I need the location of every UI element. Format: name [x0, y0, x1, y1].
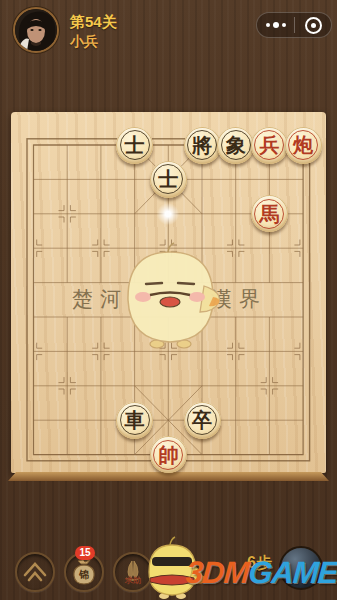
piece-glyph: 卒 — [192, 410, 212, 430]
piece-black-soldier[interactable]: 卒 — [184, 402, 221, 439]
watermark: 3DMGAME — [185, 557, 337, 588]
piece-glyph: 士 — [158, 169, 178, 189]
avatar-portrait — [15, 9, 57, 51]
piece-red-general[interactable]: 帥 — [150, 436, 187, 473]
piece-red-cannon[interactable]: 炮 — [285, 127, 322, 164]
piece-red-soldier[interactable]: 兵 — [251, 127, 288, 164]
piece-black-general[interactable]: 將 — [184, 127, 221, 164]
app-screen: 第54关 小兵 楚河 漢界 士將象兵炮士馬車卒帥 — [0, 0, 337, 600]
watermark-3dm: 3DM — [185, 555, 250, 590]
more-icon[interactable] — [257, 22, 294, 28]
miniprogram-capsule — [256, 12, 332, 38]
avatar[interactable] — [13, 7, 59, 53]
piece-glyph: 象 — [226, 135, 246, 155]
chevron-up-icon — [22, 561, 48, 583]
highlight-sparkle[interactable] — [157, 203, 179, 225]
watermark-game: GAME — [247, 555, 337, 590]
piece-red-horse[interactable]: 馬 — [251, 195, 288, 232]
level-label: 第54关 — [70, 13, 117, 32]
help-button[interactable] — [113, 552, 153, 592]
piece-black-elephant[interactable]: 象 — [217, 127, 254, 164]
exit-target-icon[interactable] — [295, 17, 331, 34]
piece-glyph: 帥 — [158, 445, 178, 465]
piece-glyph: 將 — [192, 135, 212, 155]
help-label: 求助 — [113, 575, 153, 586]
money-bag-icon: 锦 — [69, 557, 99, 587]
piece-glyph: 車 — [125, 410, 145, 430]
bag-label: 锦 — [78, 569, 89, 580]
bag-badge: 15 — [75, 546, 95, 560]
piece-black-advisor[interactable]: 士 — [150, 161, 187, 198]
piece-glyph: 馬 — [259, 204, 279, 224]
piece-glyph: 炮 — [293, 135, 313, 155]
board-bevel — [8, 472, 329, 481]
piece-glyph: 兵 — [259, 135, 279, 155]
menu-button[interactable] — [15, 552, 55, 592]
rank-label: 小兵 — [70, 33, 98, 51]
piece-black-chariot[interactable]: 車 — [116, 402, 153, 439]
piece-black-advisor[interactable]: 士 — [116, 127, 153, 164]
piece-glyph: 士 — [125, 135, 145, 155]
